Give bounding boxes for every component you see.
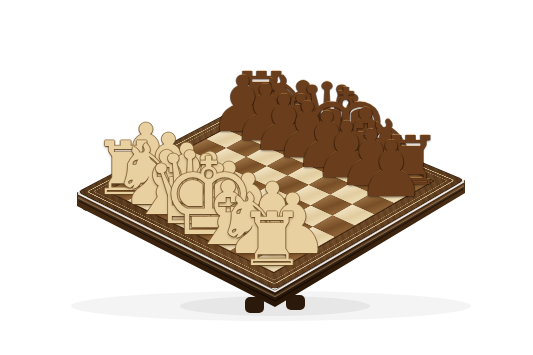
chess-set-photo: ♜♞♝♛♚♝♞♜♟♟♟♟♟♟♟♟♟♟♟♟♟♟♟♟♜♞♝♛♚♝♞♜ [0,0,533,355]
